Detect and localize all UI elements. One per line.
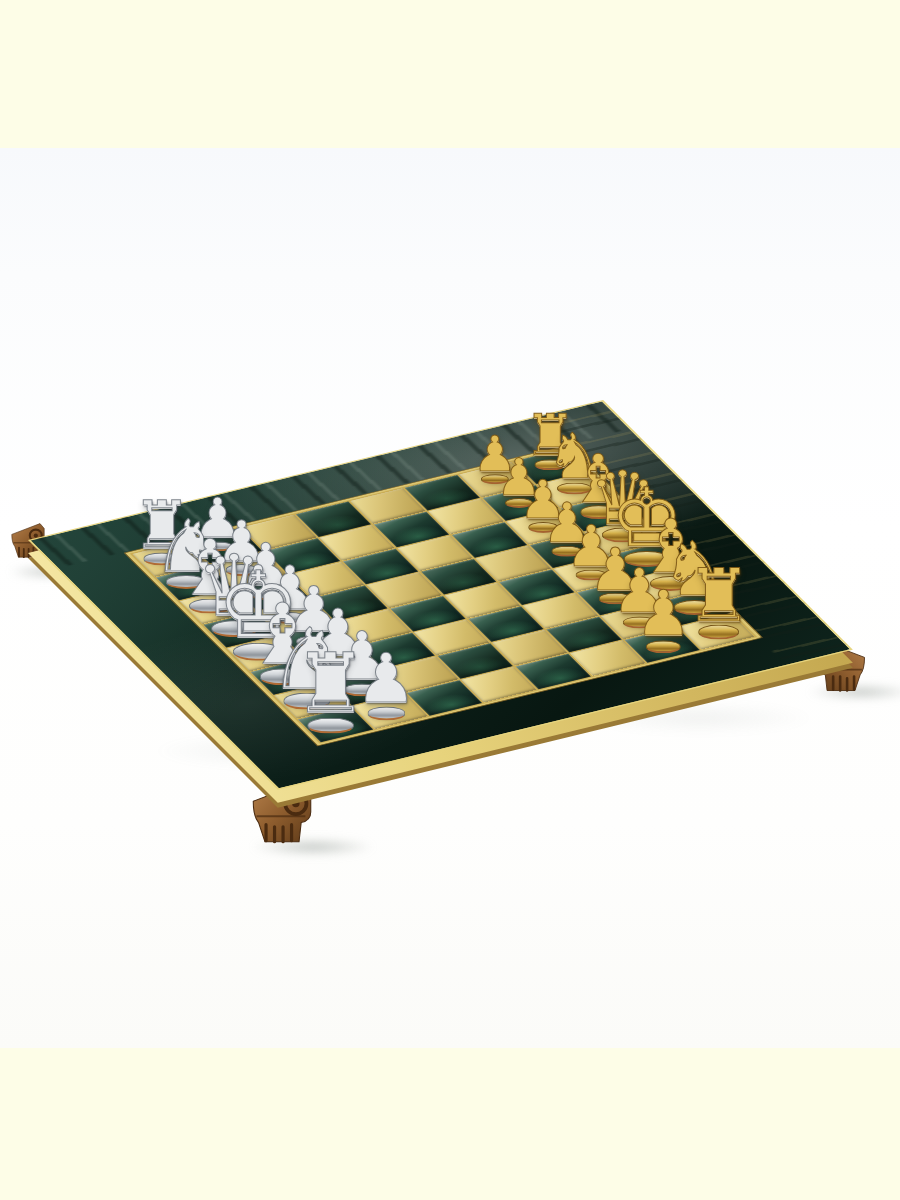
- top-cream-band: [0, 0, 900, 148]
- photo-page: ♜♞♝♛♚♝♞♜♟♟♟♟♟♟♟♟♟♟♟♟♟♟♟♟♜♞♝♛♚♝♞♜: [0, 0, 900, 1200]
- piece-black-rook-h8[interactable]: ♜: [294, 643, 368, 734]
- piece-white-rook-h1[interactable]: ♜: [686, 559, 752, 640]
- piece-glyph: ♟: [635, 584, 691, 647]
- piece-white-pawn-h2[interactable]: ♟: [635, 584, 691, 654]
- piece-glyph: ♜: [294, 643, 368, 725]
- piece-glyph: ♜: [686, 559, 752, 632]
- bottom-cream-band: [0, 1048, 900, 1200]
